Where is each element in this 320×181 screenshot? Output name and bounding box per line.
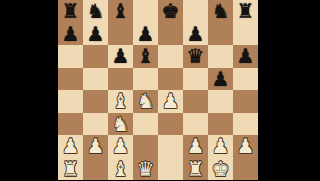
white-pawn[interactable]: ♟ bbox=[208, 135, 233, 158]
square-h7[interactable] bbox=[233, 23, 258, 46]
square-b2[interactable]: ♟ bbox=[83, 135, 108, 158]
square-d7[interactable]: ♟ bbox=[133, 23, 158, 46]
black-knight[interactable]: ♞ bbox=[83, 0, 108, 23]
square-e4[interactable]: ♟ bbox=[158, 90, 183, 113]
square-b7[interactable]: ♟ bbox=[83, 23, 108, 46]
square-b8[interactable]: ♞ bbox=[83, 0, 108, 23]
square-h4[interactable] bbox=[233, 90, 258, 113]
square-f5[interactable] bbox=[183, 68, 208, 91]
white-pawn[interactable]: ♟ bbox=[108, 135, 133, 158]
square-e8[interactable]: ♚ bbox=[158, 0, 183, 23]
square-a8[interactable]: ♜ bbox=[58, 0, 83, 23]
square-a3[interactable] bbox=[58, 113, 83, 136]
square-h3[interactable] bbox=[233, 113, 258, 136]
white-rook[interactable]: ♜ bbox=[183, 158, 208, 181]
white-pawn[interactable]: ♟ bbox=[233, 135, 258, 158]
white-bishop[interactable]: ♝ bbox=[108, 90, 133, 113]
square-g2[interactable]: ♟ bbox=[208, 135, 233, 158]
square-f2[interactable]: ♟ bbox=[183, 135, 208, 158]
black-queen[interactable]: ♛ bbox=[183, 45, 208, 68]
black-pawn[interactable]: ♟ bbox=[233, 45, 258, 68]
black-rook[interactable]: ♜ bbox=[58, 0, 83, 23]
square-b5[interactable] bbox=[83, 68, 108, 91]
square-a5[interactable] bbox=[58, 68, 83, 91]
square-c8[interactable]: ♝ bbox=[108, 0, 133, 23]
square-a2[interactable]: ♟ bbox=[58, 135, 83, 158]
white-knight[interactable]: ♞ bbox=[133, 90, 158, 113]
square-f6[interactable]: ♛ bbox=[183, 45, 208, 68]
square-h1[interactable] bbox=[233, 158, 258, 181]
square-g4[interactable] bbox=[208, 90, 233, 113]
square-d3[interactable] bbox=[133, 113, 158, 136]
square-g5[interactable]: ♟ bbox=[208, 68, 233, 91]
square-c6[interactable]: ♟ bbox=[108, 45, 133, 68]
square-e3[interactable] bbox=[158, 113, 183, 136]
square-h5[interactable] bbox=[233, 68, 258, 91]
square-f8[interactable] bbox=[183, 0, 208, 23]
pillarbox-left bbox=[0, 0, 58, 180]
square-e6[interactable] bbox=[158, 45, 183, 68]
square-d8[interactable] bbox=[133, 0, 158, 23]
square-h2[interactable]: ♟ bbox=[233, 135, 258, 158]
square-e2[interactable] bbox=[158, 135, 183, 158]
square-f7[interactable]: ♟ bbox=[183, 23, 208, 46]
white-pawn[interactable]: ♟ bbox=[158, 90, 183, 113]
square-e5[interactable] bbox=[158, 68, 183, 91]
square-c7[interactable] bbox=[108, 23, 133, 46]
black-rook[interactable]: ♜ bbox=[233, 0, 258, 23]
white-rook[interactable]: ♜ bbox=[58, 158, 83, 181]
square-a6[interactable] bbox=[58, 45, 83, 68]
square-g8[interactable]: ♞ bbox=[208, 0, 233, 23]
white-knight[interactable]: ♞ bbox=[108, 113, 133, 136]
black-pawn[interactable]: ♟ bbox=[108, 45, 133, 68]
white-king[interactable]: ♚ bbox=[208, 158, 233, 181]
square-c3[interactable]: ♞ bbox=[108, 113, 133, 136]
square-h8[interactable]: ♜ bbox=[233, 0, 258, 23]
square-b3[interactable] bbox=[83, 113, 108, 136]
square-a1[interactable]: ♜ bbox=[58, 158, 83, 181]
pillarbox-right bbox=[258, 0, 320, 180]
black-pawn[interactable]: ♟ bbox=[133, 23, 158, 46]
thumbnail-stage: ♜♞♝♚♞♜♟♟♟♟♟♝♛♟♟♝♞♟♞♟♟♟♟♟♟♜♝♛♜♚ bbox=[0, 0, 320, 180]
square-h6[interactable]: ♟ bbox=[233, 45, 258, 68]
white-queen[interactable]: ♛ bbox=[133, 158, 158, 181]
square-a4[interactable] bbox=[58, 90, 83, 113]
square-b4[interactable] bbox=[83, 90, 108, 113]
black-pawn[interactable]: ♟ bbox=[83, 23, 108, 46]
white-bishop[interactable]: ♝ bbox=[108, 158, 133, 181]
black-pawn[interactable]: ♟ bbox=[183, 23, 208, 46]
square-g3[interactable] bbox=[208, 113, 233, 136]
black-king[interactable]: ♚ bbox=[158, 0, 183, 23]
square-c5[interactable] bbox=[108, 68, 133, 91]
square-f4[interactable] bbox=[183, 90, 208, 113]
square-e7[interactable] bbox=[158, 23, 183, 46]
square-a7[interactable]: ♟ bbox=[58, 23, 83, 46]
chess-board: ♜♞♝♚♞♜♟♟♟♟♟♝♛♟♟♝♞♟♞♟♟♟♟♟♟♜♝♛♜♚ bbox=[58, 0, 258, 180]
square-c1[interactable]: ♝ bbox=[108, 158, 133, 181]
square-g7[interactable] bbox=[208, 23, 233, 46]
square-g6[interactable] bbox=[208, 45, 233, 68]
square-f1[interactable]: ♜ bbox=[183, 158, 208, 181]
black-bishop[interactable]: ♝ bbox=[133, 45, 158, 68]
square-g1[interactable]: ♚ bbox=[208, 158, 233, 181]
square-d4[interactable]: ♞ bbox=[133, 90, 158, 113]
square-d2[interactable] bbox=[133, 135, 158, 158]
black-bishop[interactable]: ♝ bbox=[108, 0, 133, 23]
black-pawn[interactable]: ♟ bbox=[208, 68, 233, 91]
square-b1[interactable] bbox=[83, 158, 108, 181]
white-pawn[interactable]: ♟ bbox=[58, 135, 83, 158]
square-d5[interactable] bbox=[133, 68, 158, 91]
white-pawn[interactable]: ♟ bbox=[183, 135, 208, 158]
square-e1[interactable] bbox=[158, 158, 183, 181]
square-c4[interactable]: ♝ bbox=[108, 90, 133, 113]
white-pawn[interactable]: ♟ bbox=[83, 135, 108, 158]
square-d1[interactable]: ♛ bbox=[133, 158, 158, 181]
black-pawn[interactable]: ♟ bbox=[58, 23, 83, 46]
square-f3[interactable] bbox=[183, 113, 208, 136]
square-b6[interactable] bbox=[83, 45, 108, 68]
square-c2[interactable]: ♟ bbox=[108, 135, 133, 158]
square-d6[interactable]: ♝ bbox=[133, 45, 158, 68]
black-knight[interactable]: ♞ bbox=[208, 0, 233, 23]
